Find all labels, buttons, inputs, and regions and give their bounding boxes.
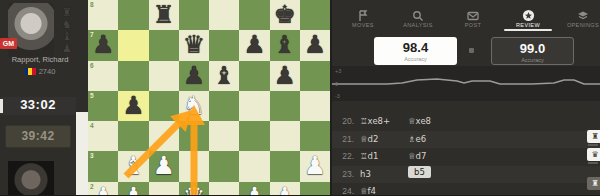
graph-ylabel-top: +3 [335, 68, 341, 74]
tab-moves[interactable]: MOVES [337, 8, 389, 28]
star-icon [502, 8, 554, 21]
tab-openings[interactable]: OPENINGS [557, 8, 600, 28]
dot-icon [469, 48, 474, 53]
square-b3[interactable] [118, 151, 148, 181]
flag-icon [337, 8, 389, 21]
move-row: 20. ♖xe8+ ♕xe8 [332, 113, 600, 131]
square-c4[interactable] [149, 121, 179, 151]
square-f5[interactable] [239, 91, 269, 121]
white-accuracy-label: Accuracy [374, 56, 457, 62]
edge-button[interactable]: ♜ [587, 177, 600, 190]
top-player-name: Rapport, Richard [0, 55, 80, 64]
chess-board[interactable]: 87654321 ♜♚♟♛♟♝♟♟♝♟♟♞♝♟♟♟♟♛♟♟♜♚ [88, 0, 330, 195]
move-number: 23. [338, 166, 354, 184]
move-number: 21. [338, 131, 354, 149]
review-panel: MOVES ANALYSIS POST REVIEW OPENINGS [330, 0, 600, 195]
square-f6[interactable] [239, 61, 269, 91]
square-c3[interactable] [149, 151, 179, 181]
envelope-icon [447, 8, 499, 21]
square-e6[interactable] [209, 61, 239, 91]
white-move[interactable]: ♖xe8+ [360, 113, 390, 131]
white-move[interactable]: h3 [360, 166, 371, 184]
evaluation-line [332, 66, 600, 101]
square-b8[interactable] [118, 0, 148, 30]
tab-post[interactable]: POST [447, 8, 499, 28]
move-row: 21. ♕d2 ♗e6 [332, 131, 600, 149]
white-accuracy-value: 98.4 [374, 39, 457, 56]
square-a3[interactable]: 3 [88, 151, 118, 181]
square-c2[interactable] [149, 182, 179, 196]
square-a6[interactable]: 6 [88, 61, 118, 91]
black-move[interactable]: ♕d7 [408, 148, 426, 166]
move-row: 23. h3 b5 [332, 166, 600, 184]
player-sidebar: GM Rapport, Richard 2740 ♜ ♞ ♝ ♟ 33:02 3… [0, 0, 88, 195]
square-h4[interactable] [300, 121, 330, 151]
current-move[interactable]: b5 [408, 166, 431, 178]
layers-icon [557, 8, 600, 21]
tab-review[interactable]: REVIEW [502, 8, 554, 28]
square-d2[interactable] [179, 182, 209, 196]
rank-coordinate: 5 [90, 92, 94, 99]
gm-title-badge: GM [0, 38, 17, 49]
rank-coordinate: 2 [90, 183, 94, 190]
square-c8[interactable] [149, 0, 179, 30]
square-b2[interactable] [118, 182, 148, 196]
bottom-player-clock: 39:42 [5, 125, 71, 148]
rating-row: 2740 [0, 67, 80, 76]
square-e4[interactable] [209, 121, 239, 151]
square-f7[interactable] [239, 30, 269, 60]
square-h6[interactable] [300, 61, 330, 91]
black-accuracy-label: Accuracy [492, 57, 573, 63]
square-a4[interactable]: 4 [88, 121, 118, 151]
square-h5[interactable] [300, 91, 330, 121]
square-g7[interactable] [270, 30, 300, 60]
move-number: 22. [338, 148, 354, 166]
edge-button[interactable]: ♜ [587, 130, 600, 143]
square-a5[interactable]: 5 [88, 91, 118, 121]
edge-button[interactable]: ♛ [587, 148, 600, 161]
square-f8[interactable] [239, 0, 269, 30]
rank-coordinate: 4 [90, 122, 94, 129]
square-b4[interactable] [118, 121, 148, 151]
square-d6[interactable] [179, 61, 209, 91]
square-g6[interactable] [270, 61, 300, 91]
square-d4[interactable] [179, 121, 209, 151]
white-move[interactable]: ♕f4 [360, 183, 376, 195]
square-g3[interactable] [270, 151, 300, 181]
square-b5[interactable] [118, 91, 148, 121]
square-a7[interactable]: 7 [88, 30, 118, 60]
square-g2[interactable] [270, 182, 300, 196]
move-number: 20. [338, 113, 354, 131]
black-accuracy-card: 99.0 Accuracy [491, 37, 574, 65]
top-player-rating: 2740 [39, 67, 56, 76]
rank-coordinate: 8 [90, 1, 94, 8]
black-move[interactable]: ♕xe8 [408, 113, 431, 131]
square-b6[interactable] [118, 61, 148, 91]
square-h8[interactable] [300, 0, 330, 30]
square-e2[interactable] [209, 182, 239, 196]
square-e5[interactable] [209, 91, 239, 121]
square-d7[interactable] [179, 30, 209, 60]
edge-caption [588, 162, 598, 164]
square-d3[interactable] [179, 151, 209, 181]
top-player-clock: 33:02 [0, 97, 76, 115]
move-number: 24. [338, 183, 354, 195]
move-row: 24. ♕f4 [332, 183, 600, 195]
lastmove-highlight [118, 30, 148, 60]
square-h2[interactable] [300, 182, 330, 196]
white-accuracy-card: 98.4 Accuracy [374, 37, 457, 65]
move-list: 20. ♖xe8+ ♕xe8 21. ♕d2 ♗e6 22. ♖d1 ♕d7 2… [332, 104, 600, 195]
square-c6[interactable] [149, 61, 179, 91]
square-e7[interactable] [209, 30, 239, 60]
avatar-bottom-player [8, 161, 54, 195]
evaluation-graph[interactable]: +3 0 -3 [332, 66, 600, 101]
rank-coordinate: 3 [90, 152, 94, 159]
square-g5[interactable] [270, 91, 300, 121]
graph-ylabel-bot: -3 [335, 93, 340, 99]
black-move[interactable]: ♗e6 [408, 131, 426, 149]
active-tab-underline [504, 29, 552, 31]
move-row: 22. ♖d1 ♕d7 [332, 148, 600, 166]
square-h3[interactable] [300, 151, 330, 181]
square-c5[interactable] [149, 91, 179, 121]
square-f2[interactable] [239, 182, 269, 196]
rank-coordinate: 6 [90, 62, 94, 69]
edge-caption [588, 144, 598, 146]
square-f3[interactable] [239, 151, 269, 181]
white-move[interactable]: ♖d1 [360, 148, 378, 166]
square-f4[interactable] [239, 121, 269, 151]
game-review-app: GM Rapport, Richard 2740 ♜ ♞ ♝ ♟ 33:02 3… [0, 0, 600, 195]
square-a8[interactable]: 8 [88, 0, 118, 30]
black-accuracy-value: 99.0 [492, 40, 573, 57]
square-g4[interactable] [270, 121, 300, 151]
captured-pieces-tray: ♜ ♞ ♝ ♟ [60, 7, 74, 55]
square-a2[interactable]: 2 [88, 182, 118, 196]
square-d8[interactable] [179, 0, 209, 30]
rank-coordinate: 7 [90, 31, 94, 38]
square-d5[interactable] [179, 91, 209, 121]
square-b7[interactable] [118, 30, 148, 60]
square-g8[interactable] [270, 0, 300, 30]
square-c7[interactable] [149, 30, 179, 60]
white-move[interactable]: ♕d2 [360, 131, 378, 149]
romania-flag-icon [25, 68, 36, 75]
lastmove-highlight [118, 91, 148, 121]
magnifier-icon [392, 8, 444, 21]
square-e8[interactable] [209, 0, 239, 30]
graph-ylabel-mid: 0 [335, 81, 338, 87]
tab-analysis[interactable]: ANALYSIS [392, 8, 444, 28]
panel-edge-strip [76, 112, 88, 195]
captured-pawn-icon: ♟ [60, 43, 74, 55]
square-e3[interactable] [209, 151, 239, 181]
square-h7[interactable] [300, 30, 330, 60]
